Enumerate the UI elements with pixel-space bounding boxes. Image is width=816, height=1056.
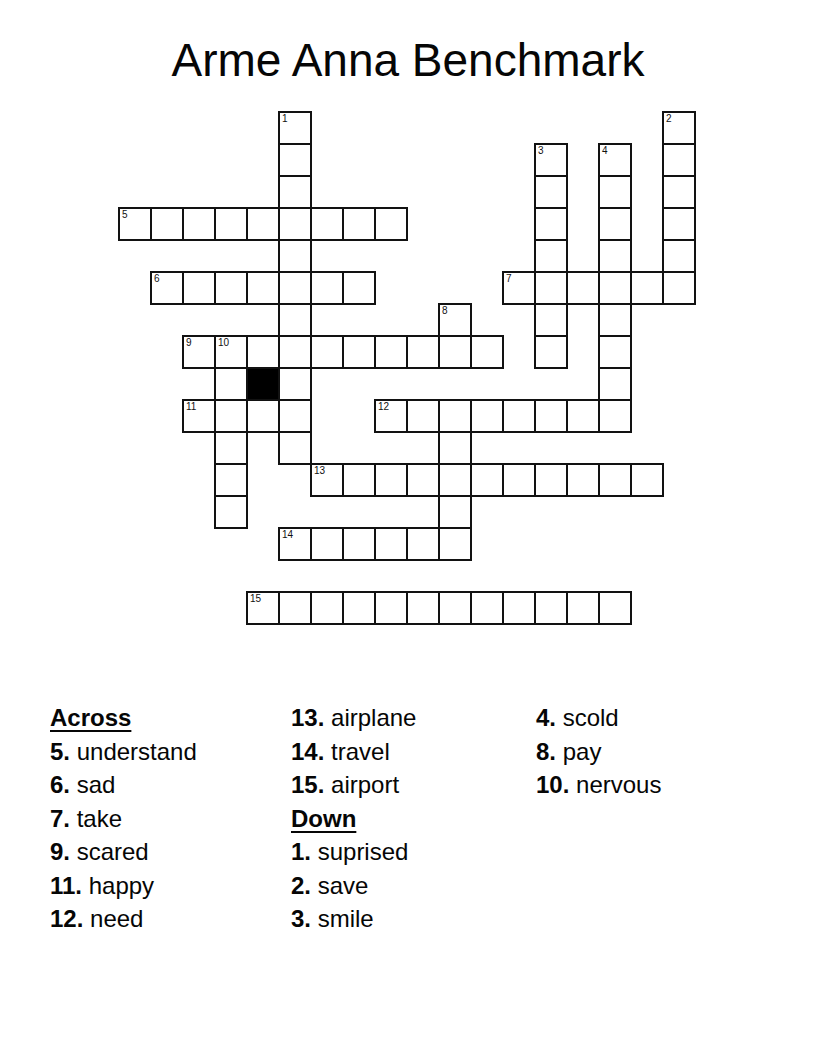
grid-cell[interactable] xyxy=(598,399,632,433)
grid-cell[interactable] xyxy=(598,367,632,401)
grid-cell[interactable] xyxy=(470,591,504,625)
grid-cell[interactable] xyxy=(342,271,376,305)
grid-cell[interactable] xyxy=(342,335,376,369)
grid-cell[interactable] xyxy=(374,207,408,241)
grid-cell[interactable] xyxy=(534,335,568,369)
grid-cell[interactable] xyxy=(406,463,440,497)
grid-cell[interactable] xyxy=(470,399,504,433)
clue-number: 12. xyxy=(50,905,83,932)
grid-cell[interactable] xyxy=(438,591,472,625)
clue-text: smile xyxy=(311,905,374,932)
clue-down-10: 10. nervous xyxy=(536,768,661,802)
cell-number: 3 xyxy=(538,145,544,156)
grid-cell[interactable] xyxy=(214,495,248,529)
clue-text: pay xyxy=(556,738,601,765)
grid-cell[interactable]: 2 xyxy=(662,111,696,145)
clue-number: 10. xyxy=(536,771,569,798)
grid-cell[interactable] xyxy=(342,463,376,497)
page-title: Arme Anna Benchmark xyxy=(0,34,816,87)
clue-across-12: 12. need xyxy=(50,902,197,936)
cell-number: 5 xyxy=(122,209,128,220)
grid-cell[interactable] xyxy=(662,239,696,273)
clue-text: scared xyxy=(70,838,149,865)
clue-number: 8. xyxy=(536,738,556,765)
grid-cell[interactable]: 1 xyxy=(278,111,312,145)
grid-cell[interactable] xyxy=(214,399,248,433)
grid-cell[interactable] xyxy=(566,591,600,625)
clue-across-7: 7. take xyxy=(50,802,197,836)
grid-cell[interactable] xyxy=(502,399,536,433)
grid-cell[interactable] xyxy=(598,207,632,241)
grid-cell[interactable] xyxy=(470,335,504,369)
grid-cell[interactable] xyxy=(278,175,312,209)
grid-cell[interactable] xyxy=(534,175,568,209)
clue-text: happy xyxy=(82,872,154,899)
clue-text: need xyxy=(83,905,143,932)
clue-number: 11. xyxy=(50,872,82,899)
grid-cell[interactable] xyxy=(406,591,440,625)
clue-number: 2. xyxy=(291,872,311,899)
grid-cell[interactable] xyxy=(342,591,376,625)
grid-cell[interactable] xyxy=(406,399,440,433)
grid-cell[interactable]: 6 xyxy=(150,271,184,305)
cell-number: 10 xyxy=(218,337,229,348)
grid-cell[interactable]: 12 xyxy=(374,399,408,433)
grid-cell[interactable] xyxy=(534,303,568,337)
clue-down-4: 4. scold xyxy=(536,701,661,735)
grid-cell[interactable] xyxy=(246,335,280,369)
grid-cell[interactable] xyxy=(246,271,280,305)
cell-number: 1 xyxy=(282,113,288,124)
grid-cell[interactable] xyxy=(534,239,568,273)
grid-cell[interactable] xyxy=(278,431,312,465)
clue-column: Across5. understand6. sad7. take9. scare… xyxy=(50,701,197,936)
grid-cell[interactable] xyxy=(374,591,408,625)
clue-text: nervous xyxy=(569,771,661,798)
cell-number: 6 xyxy=(154,273,160,284)
clue-across-9: 9. scared xyxy=(50,835,197,869)
grid-cell[interactable] xyxy=(310,591,344,625)
clue-number: 9. xyxy=(50,838,70,865)
grid-cell[interactable]: 7 xyxy=(502,271,536,305)
grid-cell[interactable] xyxy=(598,175,632,209)
grid-cell[interactable] xyxy=(342,207,376,241)
grid-cell[interactable] xyxy=(214,463,248,497)
grid-cell[interactable] xyxy=(310,207,344,241)
grid-cell[interactable] xyxy=(662,175,696,209)
clue-across-14: 14. travel xyxy=(291,735,416,769)
clue-number: 14. xyxy=(291,738,324,765)
grid-cell[interactable] xyxy=(374,527,408,561)
grid-cell[interactable]: 3 xyxy=(534,143,568,177)
grid-cell[interactable] xyxy=(598,271,632,305)
grid-cell[interactable] xyxy=(566,271,600,305)
grid-cell[interactable] xyxy=(374,335,408,369)
grid-cell[interactable] xyxy=(534,207,568,241)
grid-cell[interactable] xyxy=(214,431,248,465)
clue-across-13: 13. airplane xyxy=(291,701,416,735)
grid-cell[interactable] xyxy=(470,463,504,497)
grid-cell[interactable] xyxy=(566,399,600,433)
clue-text: airplane xyxy=(324,704,416,731)
clue-number: 7. xyxy=(50,805,70,832)
grid-cell[interactable] xyxy=(438,495,472,529)
grid-cell[interactable] xyxy=(182,207,216,241)
clue-text: airport xyxy=(324,771,399,798)
grid-cell[interactable] xyxy=(278,143,312,177)
down-heading-label: Down xyxy=(291,805,356,832)
cell-number: 4 xyxy=(602,145,608,156)
crossword-grid: 123456789101112131415 xyxy=(118,111,696,625)
clue-number: 4. xyxy=(536,704,556,731)
grid-cell[interactable] xyxy=(246,399,280,433)
grid-cell[interactable] xyxy=(502,591,536,625)
grid-cell[interactable]: 8 xyxy=(438,303,472,337)
clue-number: 6. xyxy=(50,771,70,798)
grid-cell[interactable]: 13 xyxy=(310,463,344,497)
cell-number: 9 xyxy=(186,337,192,348)
grid-cell[interactable] xyxy=(438,335,472,369)
grid-cell[interactable] xyxy=(374,463,408,497)
grid-cell[interactable] xyxy=(310,271,344,305)
grid-cell[interactable] xyxy=(310,335,344,369)
grid-cell[interactable] xyxy=(246,207,280,241)
grid-cell[interactable] xyxy=(406,335,440,369)
clue-number: 15. xyxy=(291,771,324,798)
clue-text: sad xyxy=(70,771,115,798)
grid-cell[interactable] xyxy=(662,143,696,177)
grid-cell[interactable]: 4 xyxy=(598,143,632,177)
grid-cell[interactable] xyxy=(438,431,472,465)
grid-cell[interactable]: 9 xyxy=(182,335,216,369)
grid-cell[interactable] xyxy=(182,271,216,305)
clue-across-5: 5. understand xyxy=(50,735,197,769)
grid-cell[interactable] xyxy=(278,239,312,273)
grid-cell[interactable] xyxy=(438,527,472,561)
grid-cell[interactable] xyxy=(534,591,568,625)
clue-number: 1. xyxy=(291,838,311,865)
grid-cell[interactable] xyxy=(214,271,248,305)
clue-across-15: 15. airport xyxy=(291,768,416,802)
grid-cell[interactable] xyxy=(598,463,632,497)
grid-cell[interactable]: 15 xyxy=(246,591,280,625)
grid-cell[interactable] xyxy=(278,207,312,241)
cell-number: 13 xyxy=(314,465,325,476)
grid-cell[interactable] xyxy=(438,463,472,497)
grid-cell[interactable] xyxy=(310,527,344,561)
grid-cell[interactable] xyxy=(534,271,568,305)
grid-cell[interactable] xyxy=(278,399,312,433)
across-heading: Across xyxy=(50,701,197,735)
grid-cell[interactable] xyxy=(278,303,312,337)
grid-cell[interactable] xyxy=(534,463,568,497)
grid-cell[interactable] xyxy=(278,335,312,369)
grid-cell[interactable] xyxy=(342,527,376,561)
grid-cell[interactable] xyxy=(406,527,440,561)
cell-number: 7 xyxy=(506,273,512,284)
grid-cell[interactable]: 5 xyxy=(118,207,152,241)
cell-number: 8 xyxy=(442,305,448,316)
grid-cell[interactable] xyxy=(278,271,312,305)
clue-text: take xyxy=(70,805,122,832)
cell-number: 2 xyxy=(666,113,672,124)
clue-down-8: 8. pay xyxy=(536,735,661,769)
clue-text: save xyxy=(311,872,368,899)
grid-cell[interactable] xyxy=(630,271,664,305)
clue-number: 5. xyxy=(50,738,70,765)
clue-text: travel xyxy=(324,738,389,765)
grid-cell[interactable] xyxy=(598,335,632,369)
grid-cell[interactable] xyxy=(150,207,184,241)
grid-cell[interactable] xyxy=(278,591,312,625)
grid-cell[interactable] xyxy=(502,463,536,497)
grid-cell[interactable] xyxy=(214,367,248,401)
clue-across-6: 6. sad xyxy=(50,768,197,802)
grid-cell[interactable]: 10 xyxy=(214,335,248,369)
clue-down-3: 3. smile xyxy=(291,902,416,936)
cell-number: 14 xyxy=(282,529,293,540)
cell-number: 11 xyxy=(186,401,196,412)
down-heading: Down xyxy=(291,802,416,836)
across-heading-label: Across xyxy=(50,704,131,731)
clue-text: understand xyxy=(70,738,197,765)
cell-number: 12 xyxy=(378,401,389,412)
blocked-cell xyxy=(246,367,280,401)
grid-cell[interactable] xyxy=(630,463,664,497)
grid-cell[interactable] xyxy=(598,239,632,273)
grid-cell[interactable]: 11 xyxy=(182,399,216,433)
clue-number: 3. xyxy=(291,905,311,932)
clue-text: suprised xyxy=(311,838,408,865)
grid-cell[interactable] xyxy=(534,399,568,433)
grid-cell[interactable] xyxy=(214,207,248,241)
clue-number: 13. xyxy=(291,704,324,731)
clue-column: 13. airplane14. travel15. airportDown1. … xyxy=(291,701,416,936)
clue-across-11: 11. happy xyxy=(50,869,197,903)
grid-cell[interactable] xyxy=(278,367,312,401)
clue-down-2: 2. save xyxy=(291,869,416,903)
grid-cell[interactable] xyxy=(598,591,632,625)
clue-down-1: 1. suprised xyxy=(291,835,416,869)
grid-cell[interactable]: 14 xyxy=(278,527,312,561)
grid-cell[interactable] xyxy=(566,463,600,497)
grid-cell[interactable] xyxy=(438,399,472,433)
grid-cell[interactable] xyxy=(662,207,696,241)
grid-cell[interactable] xyxy=(598,303,632,337)
clue-text: scold xyxy=(556,704,619,731)
clue-column: 4. scold8. pay10. nervous xyxy=(536,701,661,802)
grid-cell[interactable] xyxy=(662,271,696,305)
cell-number: 15 xyxy=(250,593,261,604)
